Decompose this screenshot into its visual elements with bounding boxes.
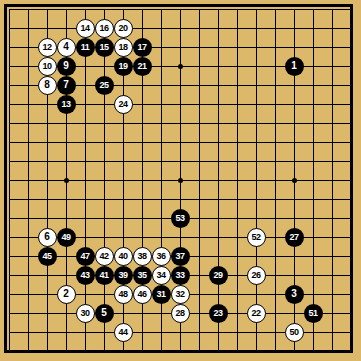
stone-black-35: 35 [133, 266, 152, 285]
stone-white-4: 4 [57, 38, 76, 57]
stone-black-43: 43 [76, 266, 95, 285]
move-number: 12 [42, 42, 51, 51]
stone-white-16: 16 [95, 19, 114, 38]
stone-black-15: 15 [95, 38, 114, 57]
move-number: 51 [308, 308, 317, 317]
stone-black-41: 41 [95, 266, 114, 285]
stone-black-25: 25 [95, 76, 114, 95]
move-number: 7 [63, 80, 69, 90]
move-number: 46 [137, 289, 146, 298]
move-number: 8 [44, 80, 50, 90]
stone-black-47: 47 [76, 247, 95, 266]
move-number: 6 [44, 232, 50, 242]
move-number: 52 [251, 232, 260, 241]
move-number: 3 [291, 289, 297, 299]
stone-black-39: 39 [114, 266, 133, 285]
stone-white-22: 22 [247, 304, 266, 323]
stone-black-45: 45 [38, 247, 57, 266]
stone-black-29: 29 [209, 266, 228, 285]
move-number: 2 [63, 289, 69, 299]
stone-black-21: 21 [133, 57, 152, 76]
move-number: 39 [118, 270, 127, 279]
stone-white-42: 42 [95, 247, 114, 266]
stone-white-50: 50 [285, 323, 304, 342]
move-number: 15 [99, 42, 108, 51]
stone-white-32: 32 [171, 285, 190, 304]
stone-white-24: 24 [114, 95, 133, 114]
stone-white-44: 44 [114, 323, 133, 342]
move-number: 21 [137, 61, 146, 70]
stone-white-8: 8 [38, 76, 57, 95]
stone-black-33: 33 [171, 266, 190, 285]
move-number: 18 [118, 42, 127, 51]
stone-black-19: 19 [114, 57, 133, 76]
move-number: 27 [289, 232, 298, 241]
go-board[interactable]: 1234567891011121314151617181920212223242… [0, 0, 361, 361]
move-number: 9 [63, 61, 69, 71]
move-number: 19 [118, 61, 127, 70]
move-number: 50 [289, 327, 298, 336]
stones-layer: 1234567891011121314151617181920212223242… [0, 0, 361, 361]
move-number: 49 [61, 232, 70, 241]
stone-black-23: 23 [209, 304, 228, 323]
move-number: 4 [63, 42, 69, 52]
move-number: 47 [80, 251, 89, 260]
move-number: 10 [42, 61, 51, 70]
move-number: 1 [291, 61, 297, 71]
stone-black-13: 13 [57, 95, 76, 114]
stone-black-3: 3 [285, 285, 304, 304]
move-number: 22 [251, 308, 260, 317]
move-number: 33 [175, 270, 184, 279]
stone-white-28: 28 [171, 304, 190, 323]
stone-white-46: 46 [133, 285, 152, 304]
move-number: 20 [118, 23, 127, 32]
move-number: 17 [137, 42, 146, 51]
stone-white-18: 18 [114, 38, 133, 57]
move-number: 38 [137, 251, 146, 260]
move-number: 35 [137, 270, 146, 279]
stone-black-31: 31 [152, 285, 171, 304]
stone-white-40: 40 [114, 247, 133, 266]
stone-white-20: 20 [114, 19, 133, 38]
stone-black-53: 53 [171, 209, 190, 228]
stone-white-34: 34 [152, 266, 171, 285]
move-number: 37 [175, 251, 184, 260]
move-number: 45 [42, 251, 51, 260]
stone-white-48: 48 [114, 285, 133, 304]
stone-black-7: 7 [57, 76, 76, 95]
stone-black-51: 51 [304, 304, 323, 323]
move-number: 26 [251, 270, 260, 279]
move-number: 30 [80, 308, 89, 317]
move-number: 53 [175, 213, 184, 222]
stone-black-5: 5 [95, 304, 114, 323]
move-number: 48 [118, 289, 127, 298]
move-number: 5 [101, 308, 107, 318]
stone-white-52: 52 [247, 228, 266, 247]
move-number: 31 [156, 289, 165, 298]
stone-white-30: 30 [76, 304, 95, 323]
stone-white-14: 14 [76, 19, 95, 38]
stone-white-26: 26 [247, 266, 266, 285]
move-number: 11 [81, 42, 90, 51]
move-number: 40 [118, 251, 127, 260]
stone-white-2: 2 [57, 285, 76, 304]
move-number: 43 [80, 270, 89, 279]
stone-white-38: 38 [133, 247, 152, 266]
stone-white-10: 10 [38, 57, 57, 76]
move-number: 16 [99, 23, 108, 32]
stone-black-1: 1 [285, 57, 304, 76]
stone-black-17: 17 [133, 38, 152, 57]
move-number: 32 [175, 289, 184, 298]
stone-white-6: 6 [38, 228, 57, 247]
move-number: 14 [80, 23, 89, 32]
move-number: 23 [213, 308, 222, 317]
stone-black-11: 11 [76, 38, 95, 57]
move-number: 42 [99, 251, 108, 260]
stone-black-49: 49 [57, 228, 76, 247]
move-number: 41 [99, 270, 108, 279]
move-number: 13 [61, 99, 70, 108]
move-number: 34 [156, 270, 165, 279]
move-number: 36 [156, 251, 165, 260]
move-number: 28 [175, 308, 184, 317]
stone-black-37: 37 [171, 247, 190, 266]
move-number: 29 [213, 270, 222, 279]
stone-white-36: 36 [152, 247, 171, 266]
move-number: 44 [118, 327, 127, 336]
stone-black-27: 27 [285, 228, 304, 247]
stone-white-12: 12 [38, 38, 57, 57]
move-number: 25 [99, 80, 108, 89]
move-number: 24 [118, 99, 127, 108]
stone-black-9: 9 [57, 57, 76, 76]
